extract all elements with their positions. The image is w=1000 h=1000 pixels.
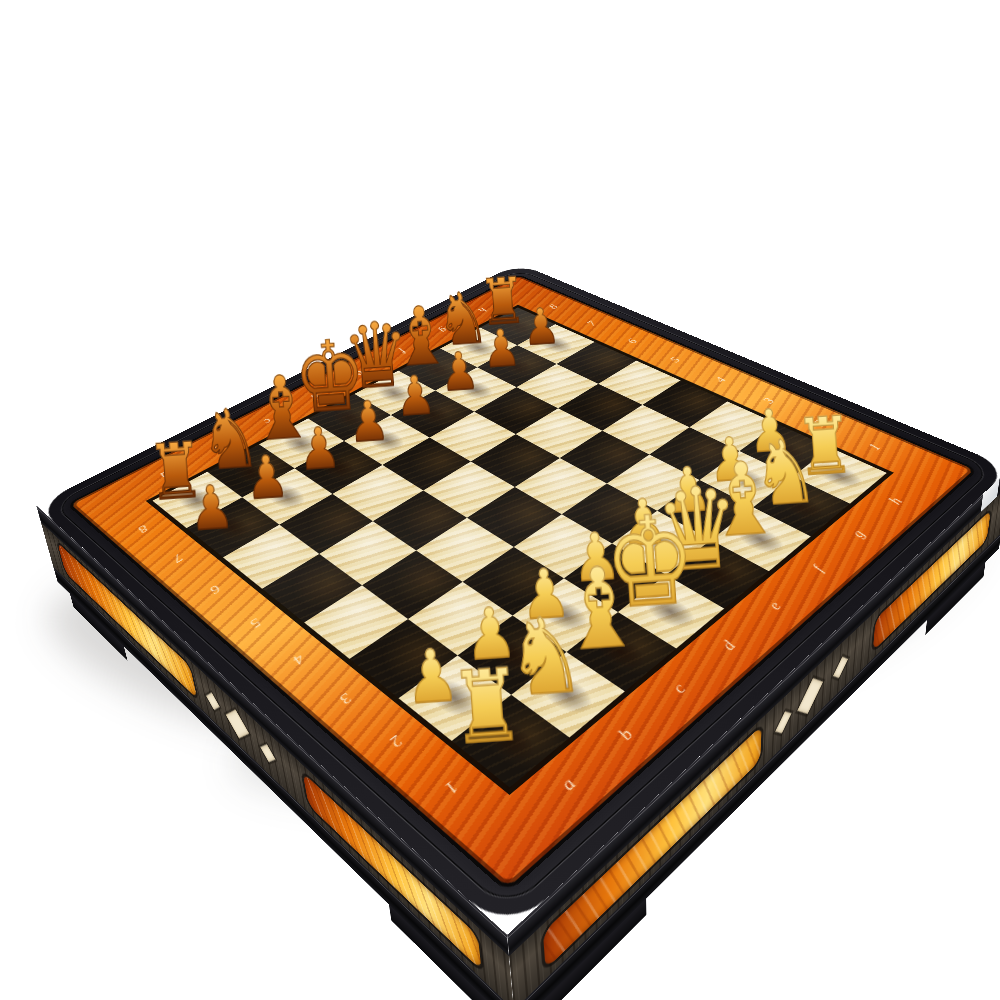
rank-label-bottom-3: 3 [334, 690, 355, 707]
rank-label-bottom-5: 5 [245, 616, 264, 630]
ivory-diamond-inlay [775, 711, 791, 733]
file-label-left-c: c [261, 417, 276, 426]
black-pawn-glyph: ♟ [187, 476, 235, 539]
rank-label-top-1: 1 [864, 442, 884, 452]
rank-label-top-5: 5 [667, 356, 684, 364]
file-label-right-f: f [808, 563, 828, 574]
file-label-right-a: a [556, 774, 581, 794]
rank-label-bottom-8: 8 [134, 523, 151, 535]
ivory-diamond-inlay [226, 710, 250, 739]
ivory-diamond-inlay [260, 744, 275, 762]
rank-label-top-7: 7 [584, 320, 599, 327]
rank-label-top-3: 3 [760, 396, 778, 405]
rank-label-bottom-6: 6 [206, 582, 224, 595]
board-border: ♜♞♝♚♛♝♞♜♟♟♟♟♟♟♟♟♜♞♝♚♛♝♞♜♟♟♟♟♟♟♟♟ hhggffe… [70, 276, 974, 888]
rank-label-top-6: 6 [624, 337, 640, 345]
bracket-foot [389, 905, 490, 1000]
ivory-diamond-inlay [206, 693, 220, 710]
rank-label-bottom-1: 1 [439, 777, 463, 797]
file-label-right-d: d [717, 638, 740, 654]
rank-label-bottom-2: 2 [385, 732, 407, 750]
file-label-right-h: h [886, 495, 907, 507]
file-label-left-a: a [157, 469, 173, 479]
file-label-left-h: h [475, 306, 489, 313]
file-label-left-b: b [210, 442, 226, 452]
rank-label-bottom-7: 7 [169, 552, 186, 565]
file-label-left-f: f [397, 348, 410, 355]
file-label-left-e: e [353, 369, 367, 377]
black-pawn-glyph: ♟ [243, 447, 290, 508]
board-frame: ♜♞♝♚♛♝♞♜♟♟♟♟♟♟♟♟♜♞♝♚♛♝♞♜♟♟♟♟♟♟♟♟ hhggffe… [36, 263, 1000, 934]
file-label-right-e: e [764, 599, 786, 613]
file-label-left-g: g [437, 326, 452, 333]
file-label-left-d: d [308, 392, 323, 401]
file-label-right-c: c [668, 680, 691, 696]
white-rook-glyph: ♜ [446, 655, 525, 759]
scene-roll: ♜♞♝♚♛♝♞♜♟♟♟♟♟♟♟♟♜♞♝♚♛♝♞♜♟♟♟♟♟♟♟♟ hhggffe… [0, 0, 1000, 1000]
ivory-diamond-inlay [833, 657, 848, 678]
ivory-diamond-inlay [797, 678, 823, 714]
rank-label-bottom-4: 4 [288, 651, 308, 666]
file-label-right-b: b [614, 725, 638, 743]
file-label-right-g: g [848, 527, 870, 539]
rank-label-top-4: 4 [712, 375, 729, 384]
bracket-foot [70, 594, 128, 661]
rank-label-top-8: 8 [546, 303, 561, 310]
scene-stage: ♜♞♝♚♛♝♞♜♟♟♟♟♟♟♟♟♜♞♝♚♛♝♞♜♟♟♟♟♟♟♟♟ hhggffe… [0, 0, 1000, 1000]
